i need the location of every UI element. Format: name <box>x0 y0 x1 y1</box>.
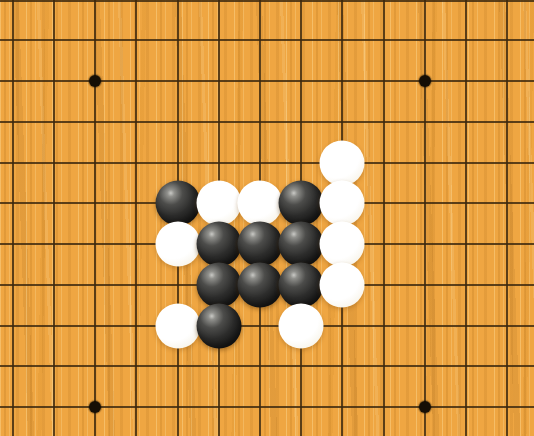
black-stone: ● <box>197 304 242 349</box>
stone-glyph: ○ <box>279 304 324 349</box>
grid-line-horizontal-11 <box>0 406 534 408</box>
white-stone: ○ <box>156 304 201 349</box>
grid-line-horizontal-10 <box>0 365 534 367</box>
grid-line-vertical-4 <box>135 0 137 436</box>
grid-line-horizontal-3 <box>0 80 534 82</box>
star-point <box>89 75 101 87</box>
black-stone: ● <box>279 263 324 308</box>
white-stone: ○ <box>320 263 365 308</box>
grid-line-vertical-3 <box>94 0 96 436</box>
black-stone: ● <box>279 222 324 267</box>
white-stone: ○ <box>320 222 365 267</box>
screenshot: ○●○○●○○●●●○●●●○○●○ <box>0 0 534 436</box>
white-stone: ○ <box>320 181 365 226</box>
stone-glyph: ○ <box>197 181 242 226</box>
black-stone: ● <box>238 222 283 267</box>
stone-glyph: ○ <box>320 263 365 308</box>
grid-line-vertical-2 <box>53 0 55 436</box>
grid-line-vertical-11 <box>424 0 426 436</box>
stone-glyph: ○ <box>156 304 201 349</box>
grid-line-horizontal-5 <box>0 162 534 164</box>
stone-glyph: ● <box>279 222 324 267</box>
grid-line-horizontal-2 <box>0 39 534 41</box>
white-stone: ○ <box>320 141 365 186</box>
white-stone: ○ <box>156 222 201 267</box>
go-board[interactable]: ○●○○●○○●●●○●●●○○●○ <box>0 0 534 436</box>
star-point <box>89 401 101 413</box>
white-stone: ○ <box>238 181 283 226</box>
stone-glyph: ● <box>238 222 283 267</box>
stone-glyph: ● <box>238 263 283 308</box>
stone-glyph: ○ <box>156 222 201 267</box>
black-stone: ● <box>156 181 201 226</box>
grid-line-horizontal-1 <box>0 0 534 2</box>
stone-glyph: ○ <box>238 181 283 226</box>
grid-line-vertical-12 <box>465 0 467 436</box>
black-stone: ● <box>279 181 324 226</box>
stone-glyph: ○ <box>320 181 365 226</box>
black-stone: ● <box>197 263 242 308</box>
stone-glyph: ● <box>156 181 201 226</box>
stone-glyph: ● <box>197 222 242 267</box>
grid-line-vertical-1 <box>12 0 14 436</box>
white-stone: ○ <box>197 181 242 226</box>
grid-line-vertical-10 <box>383 0 385 436</box>
stone-glyph: ● <box>279 181 324 226</box>
white-stone: ○ <box>279 304 324 349</box>
star-point <box>419 401 431 413</box>
stone-glyph: ○ <box>320 141 365 186</box>
black-stone: ● <box>238 263 283 308</box>
black-stone: ● <box>197 222 242 267</box>
grid-line-horizontal-4 <box>0 121 534 123</box>
grid-line-horizontal-9 <box>0 325 534 327</box>
stone-glyph: ● <box>279 263 324 308</box>
star-point <box>419 75 431 87</box>
grid-line-vertical-13 <box>506 0 508 436</box>
stone-glyph: ● <box>197 263 242 308</box>
stone-glyph: ● <box>197 304 242 349</box>
stone-glyph: ○ <box>320 222 365 267</box>
